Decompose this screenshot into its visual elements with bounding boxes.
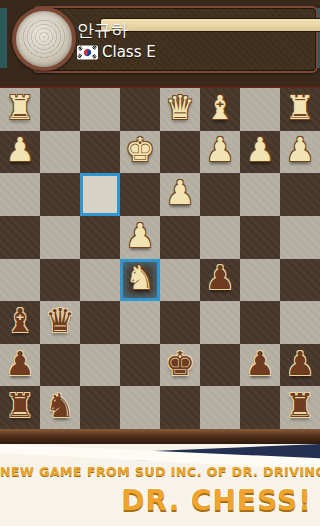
chess-board: ♜♛♝♜♟♚♟♟♟♟♟♞♟♝♛♟♚♟♟♜♞♜ <box>0 86 320 429</box>
ad-text-line1: NEW GAME FROM SUD INC. OF DR. DRIVING, <box>0 464 320 479</box>
square-d4[interactable] <box>160 216 200 259</box>
square-a1[interactable]: ♜ <box>280 88 320 131</box>
square-b1[interactable] <box>240 88 280 131</box>
square-a8[interactable]: ♜ <box>280 386 320 429</box>
square-c7[interactable] <box>200 344 240 387</box>
square-e3[interactable] <box>120 173 160 216</box>
square-c5[interactable]: ♟ <box>200 259 240 302</box>
square-g8[interactable]: ♞ <box>40 386 80 429</box>
square-b3[interactable] <box>240 173 280 216</box>
piece-black-knight: ♞ <box>45 389 75 422</box>
square-d6[interactable] <box>160 301 200 344</box>
opponent-name: 안규하 <box>77 21 128 39</box>
piece-black-pawn: ♟ <box>205 261 235 294</box>
square-e8[interactable] <box>120 386 160 429</box>
piece-black-rook: ♜ <box>5 389 35 422</box>
square-b4[interactable] <box>240 216 280 259</box>
square-d1[interactable]: ♛ <box>160 88 200 131</box>
piece-black-pawn: ♟ <box>5 347 35 380</box>
square-b6[interactable] <box>240 301 280 344</box>
square-c6[interactable] <box>200 301 240 344</box>
square-d2[interactable] <box>160 131 200 174</box>
piece-black-king: ♚ <box>165 347 195 380</box>
square-c8[interactable] <box>200 386 240 429</box>
ad-text-line2: DR. CHESS! <box>121 484 312 517</box>
square-e1[interactable] <box>120 88 160 131</box>
square-g3[interactable] <box>40 173 80 216</box>
square-a7[interactable]: ♟ <box>280 344 320 387</box>
square-h8[interactable]: ♜ <box>0 386 40 429</box>
square-h2[interactable]: ♟ <box>0 131 40 174</box>
square-c1[interactable]: ♝ <box>200 88 240 131</box>
piece-white-queen: ♛ <box>165 91 195 124</box>
background-edge-left <box>0 8 7 68</box>
square-e6[interactable] <box>120 301 160 344</box>
square-h5[interactable] <box>0 259 40 302</box>
piece-white-pawn: ♟ <box>285 133 315 166</box>
opponent-header: 안규하 Class E <box>0 0 320 86</box>
square-d3[interactable]: ♟ <box>160 173 200 216</box>
square-e4[interactable]: ♟ <box>120 216 160 259</box>
square-f2[interactable] <box>80 131 120 174</box>
piece-white-pawn: ♟ <box>165 176 195 209</box>
square-b5[interactable] <box>240 259 280 302</box>
square-a3[interactable] <box>280 173 320 216</box>
square-d8[interactable] <box>160 386 200 429</box>
piece-white-rook: ♜ <box>5 91 35 124</box>
square-h7[interactable]: ♟ <box>0 344 40 387</box>
piece-white-rook: ♜ <box>285 91 315 124</box>
square-a5[interactable] <box>280 259 320 302</box>
south-korea-flag-icon <box>77 45 98 60</box>
square-c2[interactable]: ♟ <box>200 131 240 174</box>
piece-white-knight: ♞ <box>125 261 155 294</box>
square-b8[interactable] <box>240 386 280 429</box>
square-e2[interactable]: ♚ <box>120 131 160 174</box>
piece-white-pawn: ♟ <box>245 133 275 166</box>
square-g1[interactable] <box>40 88 80 131</box>
piece-black-pawn: ♟ <box>285 347 315 380</box>
square-f8[interactable] <box>80 386 120 429</box>
square-h1[interactable]: ♜ <box>0 88 40 131</box>
piece-black-pawn: ♟ <box>245 347 275 380</box>
square-h4[interactable] <box>0 216 40 259</box>
square-g2[interactable] <box>40 131 80 174</box>
square-c4[interactable] <box>200 216 240 259</box>
square-a4[interactable] <box>280 216 320 259</box>
square-h3[interactable] <box>0 173 40 216</box>
ad-banner[interactable]: NEW GAME FROM SUD INC. OF DR. DRIVING, D… <box>0 444 320 526</box>
piece-black-bishop: ♝ <box>5 304 35 337</box>
square-f5[interactable] <box>80 259 120 302</box>
square-g5[interactable] <box>40 259 80 302</box>
square-f6[interactable] <box>80 301 120 344</box>
square-g4[interactable] <box>40 216 80 259</box>
opponent-class-label: Class E <box>102 43 156 61</box>
piece-white-pawn: ♟ <box>125 219 155 252</box>
square-f1[interactable] <box>80 88 120 131</box>
square-a2[interactable]: ♟ <box>280 131 320 174</box>
square-f3[interactable] <box>80 173 120 216</box>
square-b2[interactable]: ♟ <box>240 131 280 174</box>
square-g7[interactable] <box>40 344 80 387</box>
square-g6[interactable]: ♛ <box>40 301 80 344</box>
square-e7[interactable] <box>120 344 160 387</box>
square-c3[interactable] <box>200 173 240 216</box>
opponent-class-row: Class E <box>77 43 156 61</box>
square-f7[interactable] <box>80 344 120 387</box>
board-bottom-frame <box>0 429 320 444</box>
dr-chess-app-screen: 안규하 Class E ♜♛♝♜♟♚♟♟♟♟♟♞♟♝♛♟ <box>0 0 320 526</box>
square-h6[interactable]: ♝ <box>0 301 40 344</box>
piece-white-bishop: ♝ <box>205 91 235 124</box>
piece-white-pawn: ♟ <box>205 133 235 166</box>
piece-white-pawn: ♟ <box>5 133 35 166</box>
square-b7[interactable]: ♟ <box>240 344 280 387</box>
square-d7[interactable]: ♚ <box>160 344 200 387</box>
opponent-avatar <box>12 7 76 71</box>
opponent-time-bar <box>100 18 320 32</box>
piece-black-rook: ♜ <box>285 389 315 422</box>
piece-white-king: ♚ <box>125 133 155 166</box>
square-e5[interactable]: ♞ <box>120 259 160 302</box>
square-f4[interactable] <box>80 216 120 259</box>
square-a6[interactable] <box>280 301 320 344</box>
piece-black-queen: ♛ <box>45 304 75 337</box>
square-d5[interactable] <box>160 259 200 302</box>
